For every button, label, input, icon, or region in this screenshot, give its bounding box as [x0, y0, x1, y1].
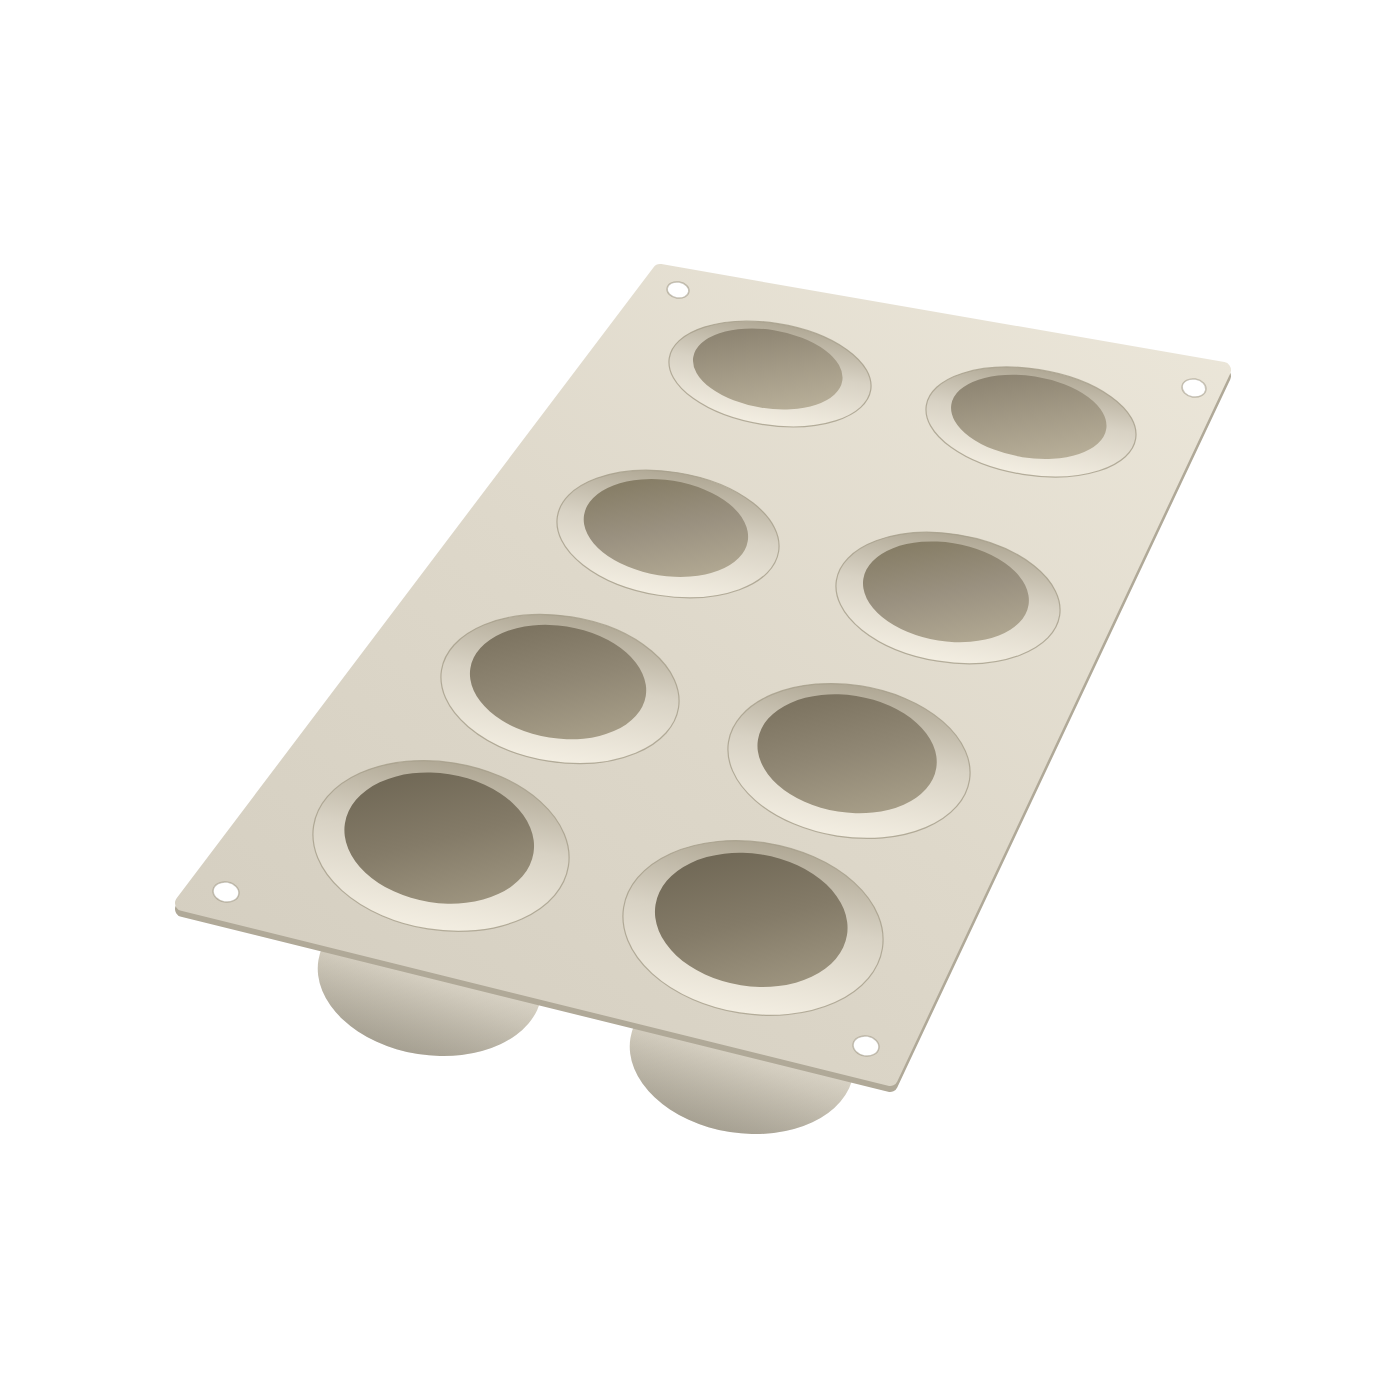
mold-svg	[0, 0, 1400, 1400]
product-photo	[0, 0, 1400, 1400]
